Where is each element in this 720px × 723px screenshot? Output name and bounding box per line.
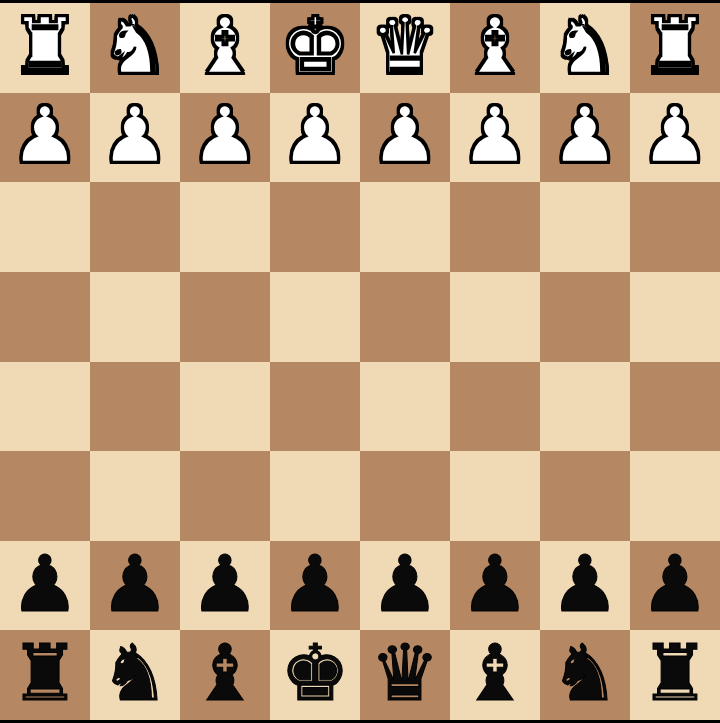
square-h5[interactable] (0, 362, 90, 452)
black-pawn[interactable]: ♟ (280, 545, 350, 623)
square-g6[interactable] (90, 451, 180, 541)
black-pawn[interactable]: ♟ (190, 545, 260, 623)
square-b3[interactable] (540, 182, 630, 272)
black-pawn[interactable]: ♟ (550, 545, 620, 623)
white-pawn[interactable]: ♟ (550, 96, 620, 174)
square-a2[interactable]: ♟ (630, 93, 720, 183)
black-bishop[interactable]: ♝ (190, 634, 260, 712)
square-a7[interactable]: ♟ (630, 541, 720, 631)
chess-app-window: ♜♞♝♚♛♝♞♜♟♟♟♟♟♟♟♟♟♟♟♟♟♟♟♟♜♞♝♚♛♝♞♜ (0, 0, 720, 723)
square-e2[interactable]: ♟ (270, 93, 360, 183)
black-king[interactable]: ♚ (280, 634, 350, 712)
square-d3[interactable] (360, 182, 450, 272)
white-pawn[interactable]: ♟ (190, 96, 260, 174)
white-king[interactable]: ♚ (280, 7, 350, 85)
square-h7[interactable]: ♟ (0, 541, 90, 631)
black-pawn[interactable]: ♟ (100, 545, 170, 623)
square-h4[interactable] (0, 272, 90, 362)
white-pawn[interactable]: ♟ (640, 96, 710, 174)
black-pawn[interactable]: ♟ (460, 545, 530, 623)
white-knight[interactable]: ♞ (100, 7, 170, 85)
white-pawn[interactable]: ♟ (280, 96, 350, 174)
square-e3[interactable] (270, 182, 360, 272)
square-f3[interactable] (180, 182, 270, 272)
square-c2[interactable]: ♟ (450, 93, 540, 183)
square-b1[interactable]: ♞ (540, 3, 630, 93)
white-bishop[interactable]: ♝ (460, 7, 530, 85)
square-b2[interactable]: ♟ (540, 93, 630, 183)
black-bishop[interactable]: ♝ (460, 634, 530, 712)
chess-board: ♜♞♝♚♛♝♞♜♟♟♟♟♟♟♟♟♟♟♟♟♟♟♟♟♜♞♝♚♛♝♞♜ (0, 3, 720, 720)
square-a4[interactable] (630, 272, 720, 362)
square-g7[interactable]: ♟ (90, 541, 180, 631)
square-d1[interactable]: ♛ (360, 3, 450, 93)
square-h3[interactable] (0, 182, 90, 272)
white-bishop[interactable]: ♝ (190, 7, 260, 85)
white-rook[interactable]: ♜ (640, 7, 710, 85)
square-a3[interactable] (630, 182, 720, 272)
square-c1[interactable]: ♝ (450, 3, 540, 93)
square-d8[interactable]: ♛ (360, 630, 450, 720)
square-c6[interactable] (450, 451, 540, 541)
square-e1[interactable]: ♚ (270, 3, 360, 93)
square-h1[interactable]: ♜ (0, 3, 90, 93)
square-c7[interactable]: ♟ (450, 541, 540, 631)
white-queen[interactable]: ♛ (370, 7, 440, 85)
square-f8[interactable]: ♝ (180, 630, 270, 720)
square-h6[interactable] (0, 451, 90, 541)
square-b6[interactable] (540, 451, 630, 541)
square-c4[interactable] (450, 272, 540, 362)
square-b4[interactable] (540, 272, 630, 362)
square-f2[interactable]: ♟ (180, 93, 270, 183)
square-h8[interactable]: ♜ (0, 630, 90, 720)
square-f1[interactable]: ♝ (180, 3, 270, 93)
square-g8[interactable]: ♞ (90, 630, 180, 720)
black-pawn[interactable]: ♟ (10, 545, 80, 623)
square-f4[interactable] (180, 272, 270, 362)
square-g2[interactable]: ♟ (90, 93, 180, 183)
black-rook[interactable]: ♜ (640, 634, 710, 712)
square-f6[interactable] (180, 451, 270, 541)
square-a5[interactable] (630, 362, 720, 452)
square-g5[interactable] (90, 362, 180, 452)
square-g4[interactable] (90, 272, 180, 362)
square-b5[interactable] (540, 362, 630, 452)
square-e8[interactable]: ♚ (270, 630, 360, 720)
white-pawn[interactable]: ♟ (10, 96, 80, 174)
square-c3[interactable] (450, 182, 540, 272)
square-c8[interactable]: ♝ (450, 630, 540, 720)
square-e7[interactable]: ♟ (270, 541, 360, 631)
white-pawn[interactable]: ♟ (100, 96, 170, 174)
black-knight[interactable]: ♞ (550, 634, 620, 712)
square-h2[interactable]: ♟ (0, 93, 90, 183)
square-d5[interactable] (360, 362, 450, 452)
black-knight[interactable]: ♞ (100, 634, 170, 712)
square-f5[interactable] (180, 362, 270, 452)
square-e4[interactable] (270, 272, 360, 362)
square-b7[interactable]: ♟ (540, 541, 630, 631)
square-d6[interactable] (360, 451, 450, 541)
square-e5[interactable] (270, 362, 360, 452)
black-rook[interactable]: ♜ (10, 634, 80, 712)
square-a1[interactable]: ♜ (630, 3, 720, 93)
square-d2[interactable]: ♟ (360, 93, 450, 183)
square-f7[interactable]: ♟ (180, 541, 270, 631)
square-a6[interactable] (630, 451, 720, 541)
square-c5[interactable] (450, 362, 540, 452)
square-d4[interactable] (360, 272, 450, 362)
square-d7[interactable]: ♟ (360, 541, 450, 631)
white-knight[interactable]: ♞ (550, 7, 620, 85)
black-pawn[interactable]: ♟ (640, 545, 710, 623)
white-rook[interactable]: ♜ (10, 7, 80, 85)
square-a8[interactable]: ♜ (630, 630, 720, 720)
square-g3[interactable] (90, 182, 180, 272)
square-e6[interactable] (270, 451, 360, 541)
white-pawn[interactable]: ♟ (370, 96, 440, 174)
square-g1[interactable]: ♞ (90, 3, 180, 93)
black-pawn[interactable]: ♟ (370, 545, 440, 623)
white-pawn[interactable]: ♟ (460, 96, 530, 174)
black-queen[interactable]: ♛ (370, 634, 440, 712)
square-b8[interactable]: ♞ (540, 630, 630, 720)
